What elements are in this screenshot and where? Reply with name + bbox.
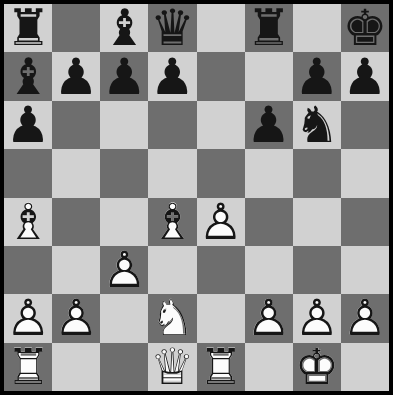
square-f6[interactable]: ♟ <box>245 101 293 149</box>
square-a7[interactable]: ♝ <box>4 52 52 100</box>
square-f4[interactable] <box>245 198 293 246</box>
square-b4[interactable] <box>52 198 100 246</box>
square-h5[interactable] <box>341 149 389 197</box>
square-f1[interactable] <box>245 343 293 391</box>
square-a4[interactable]: ♗ <box>4 198 52 246</box>
square-h1[interactable] <box>341 343 389 391</box>
square-c8[interactable]: ♝ <box>100 4 148 52</box>
piece-white-pawn: ♙ <box>198 198 243 246</box>
square-b8[interactable] <box>52 4 100 52</box>
square-e6[interactable] <box>197 101 245 149</box>
square-e2[interactable] <box>197 294 245 342</box>
square-f8[interactable]: ♜ <box>245 4 293 52</box>
square-a6[interactable]: ♟ <box>4 101 52 149</box>
piece-black-pawn: ♟ <box>6 101 51 149</box>
square-a1[interactable]: ♖ <box>4 343 52 391</box>
square-b6[interactable] <box>52 101 100 149</box>
square-b2[interactable]: ♙ <box>52 294 100 342</box>
square-d3[interactable] <box>148 246 196 294</box>
piece-white-pawn: ♙ <box>343 294 388 342</box>
square-h2[interactable]: ♙ <box>341 294 389 342</box>
piece-white-pawn: ♙ <box>54 294 99 342</box>
square-a8[interactable]: ♜ <box>4 4 52 52</box>
square-d5[interactable] <box>148 149 196 197</box>
square-g6[interactable]: ♞ <box>293 101 341 149</box>
square-d4[interactable]: ♗ <box>148 198 196 246</box>
piece-black-rook: ♜ <box>6 4 51 52</box>
piece-black-pawn: ♟ <box>246 101 291 149</box>
square-g7[interactable]: ♟ <box>293 52 341 100</box>
square-a3[interactable] <box>4 246 52 294</box>
square-b1[interactable] <box>52 343 100 391</box>
square-e8[interactable] <box>197 4 245 52</box>
piece-white-pawn: ♙ <box>294 294 339 342</box>
square-e3[interactable] <box>197 246 245 294</box>
piece-black-pawn: ♟ <box>343 53 388 101</box>
square-e5[interactable] <box>197 149 245 197</box>
square-f5[interactable] <box>245 149 293 197</box>
square-b7[interactable]: ♟ <box>52 52 100 100</box>
square-d6[interactable] <box>148 101 196 149</box>
piece-white-queen: ♕ <box>150 343 195 391</box>
square-c3[interactable]: ♙ <box>100 246 148 294</box>
piece-black-rook: ♜ <box>246 4 291 52</box>
piece-white-bishop: ♗ <box>150 198 195 246</box>
square-d8[interactable]: ♛ <box>148 4 196 52</box>
piece-black-queen: ♛ <box>150 4 195 52</box>
square-b5[interactable] <box>52 149 100 197</box>
square-g1[interactable]: ♔ <box>293 343 341 391</box>
square-g4[interactable] <box>293 198 341 246</box>
piece-white-pawn: ♙ <box>102 246 147 294</box>
piece-white-rook: ♖ <box>198 343 243 391</box>
piece-black-pawn: ♟ <box>294 53 339 101</box>
piece-black-pawn: ♟ <box>102 53 147 101</box>
square-h6[interactable] <box>341 101 389 149</box>
square-g2[interactable]: ♙ <box>293 294 341 342</box>
piece-black-king: ♚ <box>343 4 388 52</box>
square-e4[interactable]: ♙ <box>197 198 245 246</box>
square-a2[interactable]: ♙ <box>4 294 52 342</box>
square-f3[interactable] <box>245 246 293 294</box>
square-e1[interactable]: ♖ <box>197 343 245 391</box>
square-b3[interactable] <box>52 246 100 294</box>
square-g5[interactable] <box>293 149 341 197</box>
square-g3[interactable] <box>293 246 341 294</box>
square-h7[interactable]: ♟ <box>341 52 389 100</box>
piece-white-king: ♔ <box>294 343 339 391</box>
square-g8[interactable] <box>293 4 341 52</box>
piece-black-knight: ♞ <box>294 101 339 149</box>
square-c5[interactable] <box>100 149 148 197</box>
piece-white-pawn: ♙ <box>6 294 51 342</box>
chess-board: ♜♝♛♜♚♝♟♟♟♟♟♟♟♞♗♗♙♙♙♙♘♙♙♙♖♕♖♔ <box>0 0 393 395</box>
square-c6[interactable] <box>100 101 148 149</box>
square-d7[interactable]: ♟ <box>148 52 196 100</box>
square-h4[interactable] <box>341 198 389 246</box>
square-c2[interactable] <box>100 294 148 342</box>
square-f7[interactable] <box>245 52 293 100</box>
square-f2[interactable]: ♙ <box>245 294 293 342</box>
square-e7[interactable] <box>197 52 245 100</box>
square-h8[interactable]: ♚ <box>341 4 389 52</box>
piece-black-bishop: ♝ <box>102 4 147 52</box>
square-d2[interactable]: ♘ <box>148 294 196 342</box>
square-a5[interactable] <box>4 149 52 197</box>
piece-white-pawn: ♙ <box>246 294 291 342</box>
piece-black-pawn: ♟ <box>150 53 195 101</box>
piece-black-bishop: ♝ <box>6 53 51 101</box>
piece-white-bishop: ♗ <box>6 198 51 246</box>
square-d1[interactable]: ♕ <box>148 343 196 391</box>
square-h3[interactable] <box>341 246 389 294</box>
piece-black-pawn: ♟ <box>54 53 99 101</box>
piece-white-knight: ♘ <box>150 294 195 342</box>
piece-white-rook: ♖ <box>6 343 51 391</box>
square-c4[interactable] <box>100 198 148 246</box>
square-c7[interactable]: ♟ <box>100 52 148 100</box>
square-c1[interactable] <box>100 343 148 391</box>
